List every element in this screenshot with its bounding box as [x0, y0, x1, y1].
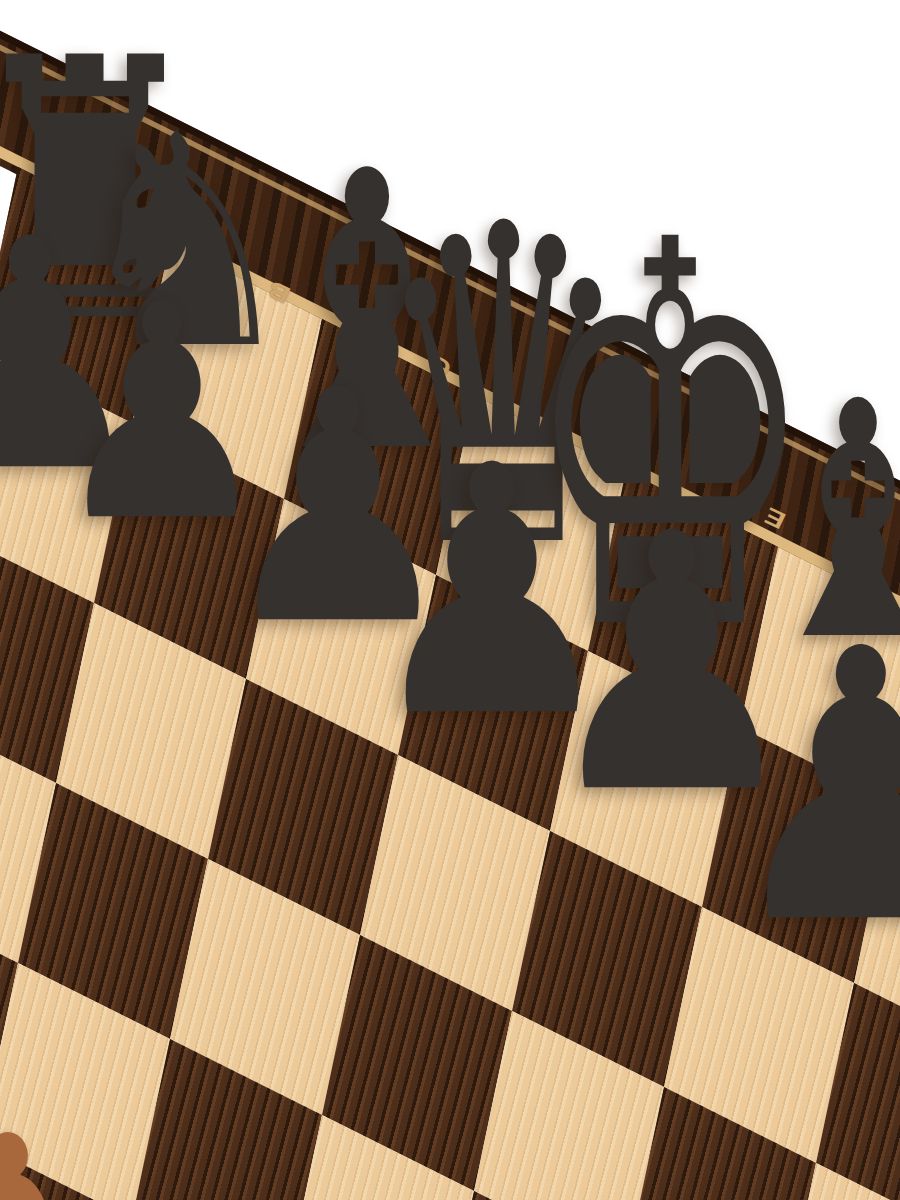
white-pawn-corner: ♟ — [0, 1098, 121, 1200]
product-photo-scene: B C D E ♜ ♞ ♝ ♛ ♚ ♝ ♟ ♟ ♟ ♟ ♟ ♟ ♟ — [0, 0, 900, 1200]
black-pawn-f7: ♟ — [720, 601, 900, 975]
